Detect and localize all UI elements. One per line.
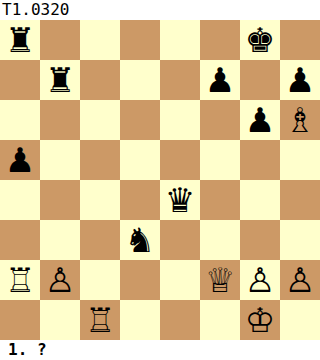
square-d7[interactable]	[120, 60, 160, 100]
square-h3[interactable]	[280, 220, 320, 260]
square-c2[interactable]	[80, 260, 120, 300]
square-e3[interactable]	[160, 220, 200, 260]
black-queen-icon: ♛	[165, 180, 195, 220]
square-e4[interactable]: ♛	[160, 180, 200, 220]
square-b4[interactable]	[40, 180, 80, 220]
square-a2[interactable]: ♖	[0, 260, 40, 300]
square-b7[interactable]: ♜	[40, 60, 80, 100]
square-c1[interactable]: ♖	[80, 300, 120, 340]
square-e6[interactable]	[160, 100, 200, 140]
square-b1[interactable]	[40, 300, 80, 340]
square-d8[interactable]	[120, 20, 160, 60]
square-a8[interactable]: ♜	[0, 20, 40, 60]
square-g6[interactable]: ♟	[240, 100, 280, 140]
chess-board: ♜♚♜♟♟♟♗♟♛♞♖♙♕♙♙♖♔	[0, 20, 320, 340]
square-a1[interactable]	[0, 300, 40, 340]
square-g8[interactable]: ♚	[240, 20, 280, 60]
square-c4[interactable]	[80, 180, 120, 220]
square-d2[interactable]	[120, 260, 160, 300]
square-e8[interactable]	[160, 20, 200, 60]
square-a6[interactable]	[0, 100, 40, 140]
square-a7[interactable]	[0, 60, 40, 100]
square-f1[interactable]	[200, 300, 240, 340]
square-e1[interactable]	[160, 300, 200, 340]
white-pawn-icon: ♙	[245, 260, 275, 300]
white-king-icon: ♔	[245, 300, 275, 340]
black-pawn-icon: ♟	[245, 100, 275, 140]
white-rook-icon: ♖	[85, 300, 115, 340]
square-c8[interactable]	[80, 20, 120, 60]
square-f7[interactable]: ♟	[200, 60, 240, 100]
square-h1[interactable]	[280, 300, 320, 340]
square-e5[interactable]	[160, 140, 200, 180]
black-rook-icon: ♜	[45, 60, 75, 100]
square-g2[interactable]: ♙	[240, 260, 280, 300]
square-h2[interactable]: ♙	[280, 260, 320, 300]
square-b5[interactable]	[40, 140, 80, 180]
square-g7[interactable]	[240, 60, 280, 100]
square-e7[interactable]	[160, 60, 200, 100]
black-pawn-icon: ♟	[205, 60, 235, 100]
tactics-trainer-window: T1.0320 ♜♚♜♟♟♟♗♟♛♞♖♙♕♙♙♖♔ 1. ?	[0, 0, 320, 360]
square-c3[interactable]	[80, 220, 120, 260]
square-d4[interactable]	[120, 180, 160, 220]
square-a5[interactable]: ♟	[0, 140, 40, 180]
white-rook-icon: ♖	[5, 260, 35, 300]
square-h7[interactable]: ♟	[280, 60, 320, 100]
square-d5[interactable]	[120, 140, 160, 180]
move-prompt: 1. ?	[0, 340, 320, 360]
square-h4[interactable]	[280, 180, 320, 220]
square-f3[interactable]	[200, 220, 240, 260]
black-pawn-icon: ♟	[5, 140, 35, 180]
white-pawn-icon: ♙	[45, 260, 75, 300]
square-b3[interactable]	[40, 220, 80, 260]
square-d6[interactable]	[120, 100, 160, 140]
square-b8[interactable]	[40, 20, 80, 60]
square-b2[interactable]: ♙	[40, 260, 80, 300]
square-c5[interactable]	[80, 140, 120, 180]
black-king-icon: ♚	[245, 20, 275, 60]
square-d3[interactable]: ♞	[120, 220, 160, 260]
square-c6[interactable]	[80, 100, 120, 140]
square-f5[interactable]	[200, 140, 240, 180]
square-f2[interactable]: ♕	[200, 260, 240, 300]
square-h6[interactable]: ♗	[280, 100, 320, 140]
black-pawn-icon: ♟	[285, 60, 315, 100]
square-b6[interactable]	[40, 100, 80, 140]
white-bishop-icon: ♗	[285, 100, 315, 140]
puzzle-id-label: T1.0320	[0, 0, 320, 20]
square-a4[interactable]	[0, 180, 40, 220]
white-pawn-icon: ♙	[285, 260, 315, 300]
square-g3[interactable]	[240, 220, 280, 260]
square-f8[interactable]	[200, 20, 240, 60]
square-f6[interactable]	[200, 100, 240, 140]
square-c7[interactable]	[80, 60, 120, 100]
square-g1[interactable]: ♔	[240, 300, 280, 340]
square-f4[interactable]	[200, 180, 240, 220]
square-e2[interactable]	[160, 260, 200, 300]
square-g5[interactable]	[240, 140, 280, 180]
square-g4[interactable]	[240, 180, 280, 220]
square-h8[interactable]	[280, 20, 320, 60]
square-a3[interactable]	[0, 220, 40, 260]
square-d1[interactable]	[120, 300, 160, 340]
white-queen-icon: ♕	[205, 260, 235, 300]
square-h5[interactable]	[280, 140, 320, 180]
black-rook-icon: ♜	[5, 20, 35, 60]
black-knight-icon: ♞	[125, 220, 155, 260]
